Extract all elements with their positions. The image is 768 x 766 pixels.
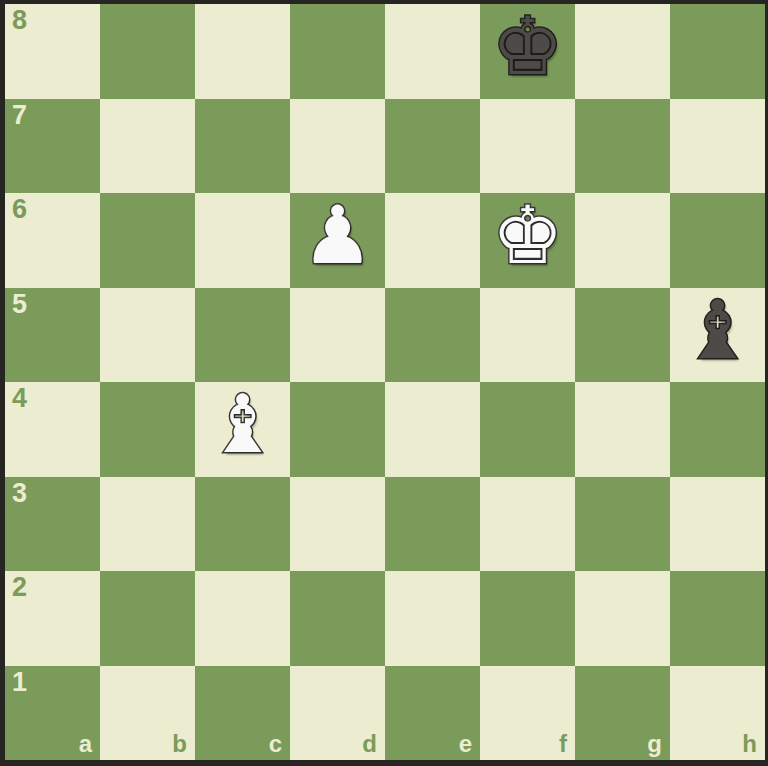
- file-label-h: h: [742, 732, 757, 756]
- square-d6[interactable]: ♟: [290, 193, 385, 288]
- file-label-e: e: [459, 732, 472, 756]
- square-d1[interactable]: d: [290, 666, 385, 761]
- rank-label-8: 8: [12, 7, 27, 34]
- square-g8[interactable]: [575, 4, 670, 99]
- square-e2[interactable]: [385, 571, 480, 666]
- black-king[interactable]: ♚: [492, 7, 564, 87]
- square-b6[interactable]: [100, 193, 195, 288]
- square-c8[interactable]: [195, 4, 290, 99]
- square-h2[interactable]: [670, 571, 765, 666]
- rank-label-4: 4: [12, 385, 27, 412]
- square-g1[interactable]: g: [575, 666, 670, 761]
- square-f6[interactable]: ♚: [480, 193, 575, 288]
- square-d2[interactable]: [290, 571, 385, 666]
- square-e8[interactable]: [385, 4, 480, 99]
- square-a7[interactable]: 7: [5, 99, 100, 194]
- square-b7[interactable]: [100, 99, 195, 194]
- square-h8[interactable]: [670, 4, 765, 99]
- square-f3[interactable]: [480, 477, 575, 572]
- square-f5[interactable]: [480, 288, 575, 383]
- file-label-b: b: [172, 732, 187, 756]
- square-f2[interactable]: [480, 571, 575, 666]
- square-f4[interactable]: [480, 382, 575, 477]
- square-e4[interactable]: [385, 382, 480, 477]
- square-c1[interactable]: c: [195, 666, 290, 761]
- square-h6[interactable]: [670, 193, 765, 288]
- square-c2[interactable]: [195, 571, 290, 666]
- square-a2[interactable]: 2: [5, 571, 100, 666]
- square-g4[interactable]: [575, 382, 670, 477]
- white-king[interactable]: ♚: [492, 196, 564, 276]
- square-g6[interactable]: [575, 193, 670, 288]
- square-d8[interactable]: [290, 4, 385, 99]
- square-f1[interactable]: f: [480, 666, 575, 761]
- square-c3[interactable]: [195, 477, 290, 572]
- square-g2[interactable]: [575, 571, 670, 666]
- square-b1[interactable]: b: [100, 666, 195, 761]
- square-a5[interactable]: 5: [5, 288, 100, 383]
- square-a1[interactable]: 1a: [5, 666, 100, 761]
- square-b2[interactable]: [100, 571, 195, 666]
- file-label-f: f: [559, 732, 567, 756]
- square-c7[interactable]: [195, 99, 290, 194]
- file-label-d: d: [362, 732, 377, 756]
- square-e1[interactable]: e: [385, 666, 480, 761]
- square-e3[interactable]: [385, 477, 480, 572]
- square-e5[interactable]: [385, 288, 480, 383]
- file-label-g: g: [647, 732, 662, 756]
- square-h4[interactable]: [670, 382, 765, 477]
- square-g7[interactable]: [575, 99, 670, 194]
- white-pawn[interactable]: ♟: [302, 196, 374, 276]
- square-d5[interactable]: [290, 288, 385, 383]
- file-label-a: a: [79, 732, 92, 756]
- chess-board: 8♚76♟♚5♝4♝321abcdefgh: [5, 4, 765, 760]
- square-b5[interactable]: [100, 288, 195, 383]
- square-g5[interactable]: [575, 288, 670, 383]
- chess-board-window: 8♚76♟♚5♝4♝321abcdefgh: [0, 0, 768, 766]
- square-d3[interactable]: [290, 477, 385, 572]
- rank-label-6: 6: [12, 196, 27, 223]
- square-a8[interactable]: 8: [5, 4, 100, 99]
- rank-label-3: 3: [12, 480, 27, 507]
- square-a4[interactable]: 4: [5, 382, 100, 477]
- square-e6[interactable]: [385, 193, 480, 288]
- square-h7[interactable]: [670, 99, 765, 194]
- rank-label-5: 5: [12, 291, 27, 318]
- square-b4[interactable]: [100, 382, 195, 477]
- square-c6[interactable]: [195, 193, 290, 288]
- file-label-c: c: [269, 732, 282, 756]
- square-e7[interactable]: [385, 99, 480, 194]
- rank-label-1: 1: [12, 669, 27, 696]
- square-b3[interactable]: [100, 477, 195, 572]
- square-c4[interactable]: ♝: [195, 382, 290, 477]
- square-a3[interactable]: 3: [5, 477, 100, 572]
- square-h1[interactable]: h: [670, 666, 765, 761]
- square-h5[interactable]: ♝: [670, 288, 765, 383]
- square-c5[interactable]: [195, 288, 290, 383]
- square-a6[interactable]: 6: [5, 193, 100, 288]
- black-bishop[interactable]: ♝: [682, 291, 754, 371]
- square-g3[interactable]: [575, 477, 670, 572]
- square-h3[interactable]: [670, 477, 765, 572]
- square-f7[interactable]: [480, 99, 575, 194]
- square-d7[interactable]: [290, 99, 385, 194]
- rank-label-7: 7: [12, 102, 27, 129]
- square-b8[interactable]: [100, 4, 195, 99]
- square-f8[interactable]: ♚: [480, 4, 575, 99]
- white-bishop[interactable]: ♝: [207, 385, 279, 465]
- square-d4[interactable]: [290, 382, 385, 477]
- rank-label-2: 2: [12, 574, 27, 601]
